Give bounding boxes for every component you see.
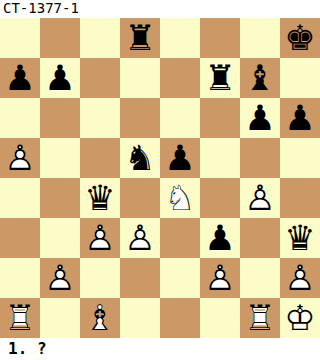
square-e8	[160, 18, 200, 58]
square-b4	[40, 178, 80, 218]
square-c8	[80, 18, 120, 58]
square-f1	[200, 298, 240, 338]
white-bishop: ♝♗	[80, 298, 120, 338]
black-pawn: ♟	[200, 218, 240, 258]
square-d1	[120, 298, 160, 338]
square-b2: ♟♙	[40, 258, 80, 298]
square-d2	[120, 258, 160, 298]
square-b5	[40, 138, 80, 178]
square-g3	[240, 218, 280, 258]
square-h6: ♟	[280, 98, 320, 138]
move-prompt: 1. ?	[0, 338, 320, 360]
square-d7	[120, 58, 160, 98]
square-b1	[40, 298, 80, 338]
white-pawn: ♟♙	[0, 138, 40, 178]
square-c2	[80, 258, 120, 298]
square-f7: ♜	[200, 58, 240, 98]
white-knight: ♞♘	[160, 178, 200, 218]
square-c4: ♛	[80, 178, 120, 218]
square-a5: ♟♙	[0, 138, 40, 178]
square-e3	[160, 218, 200, 258]
black-pawn: ♟	[280, 98, 320, 138]
white-rook: ♜♖	[0, 298, 40, 338]
white-pawn: ♟♙	[120, 218, 160, 258]
square-d6	[120, 98, 160, 138]
square-h4	[280, 178, 320, 218]
black-rook: ♜	[120, 18, 160, 58]
square-g7: ♝	[240, 58, 280, 98]
square-g4: ♟♙	[240, 178, 280, 218]
square-g8	[240, 18, 280, 58]
black-pawn: ♟	[0, 58, 40, 98]
square-a1: ♜♖	[0, 298, 40, 338]
square-e6	[160, 98, 200, 138]
square-g6: ♟	[240, 98, 280, 138]
square-d4	[120, 178, 160, 218]
chess-board: ♜♚♟♟♜♝♟♟♟♙♞♟♛♞♘♟♙♟♙♟♙♟♛♟♙♟♙♟♙♜♖♝♗♜♖♚♔	[0, 18, 320, 338]
white-king: ♚♔	[280, 298, 320, 338]
black-king: ♚	[280, 18, 320, 58]
square-g5	[240, 138, 280, 178]
square-d5: ♞	[120, 138, 160, 178]
square-f6	[200, 98, 240, 138]
square-g1: ♜♖	[240, 298, 280, 338]
square-f4	[200, 178, 240, 218]
white-pawn: ♟♙	[200, 258, 240, 298]
square-b8	[40, 18, 80, 58]
black-pawn: ♟	[40, 58, 80, 98]
black-knight: ♞	[120, 138, 160, 178]
square-a3	[0, 218, 40, 258]
black-bishop: ♝	[240, 58, 280, 98]
puzzle-id: CT-1377-1	[0, 0, 320, 18]
square-c1: ♝♗	[80, 298, 120, 338]
square-c7	[80, 58, 120, 98]
square-e5: ♟	[160, 138, 200, 178]
square-c6	[80, 98, 120, 138]
square-b3	[40, 218, 80, 258]
black-queen: ♛	[80, 178, 120, 218]
square-h1: ♚♔	[280, 298, 320, 338]
black-queen: ♛	[280, 218, 320, 258]
square-e1	[160, 298, 200, 338]
square-f2: ♟♙	[200, 258, 240, 298]
black-rook: ♜	[200, 58, 240, 98]
square-a8	[0, 18, 40, 58]
square-c3: ♟♙	[80, 218, 120, 258]
square-h8: ♚	[280, 18, 320, 58]
square-g2	[240, 258, 280, 298]
square-h7	[280, 58, 320, 98]
square-e2	[160, 258, 200, 298]
square-a4	[0, 178, 40, 218]
square-d8: ♜	[120, 18, 160, 58]
black-pawn: ♟	[160, 138, 200, 178]
square-f8	[200, 18, 240, 58]
square-h3: ♛	[280, 218, 320, 258]
square-a2	[0, 258, 40, 298]
square-d3: ♟♙	[120, 218, 160, 258]
square-f5	[200, 138, 240, 178]
white-pawn: ♟♙	[280, 258, 320, 298]
white-rook: ♜♖	[240, 298, 280, 338]
white-pawn: ♟♙	[240, 178, 280, 218]
square-c5	[80, 138, 120, 178]
square-h5	[280, 138, 320, 178]
square-b6	[40, 98, 80, 138]
square-a7: ♟	[0, 58, 40, 98]
white-pawn: ♟♙	[40, 258, 80, 298]
square-h2: ♟♙	[280, 258, 320, 298]
white-pawn: ♟♙	[80, 218, 120, 258]
square-e7	[160, 58, 200, 98]
square-f3: ♟	[200, 218, 240, 258]
black-pawn: ♟	[240, 98, 280, 138]
square-e4: ♞♘	[160, 178, 200, 218]
square-b7: ♟	[40, 58, 80, 98]
square-a6	[0, 98, 40, 138]
